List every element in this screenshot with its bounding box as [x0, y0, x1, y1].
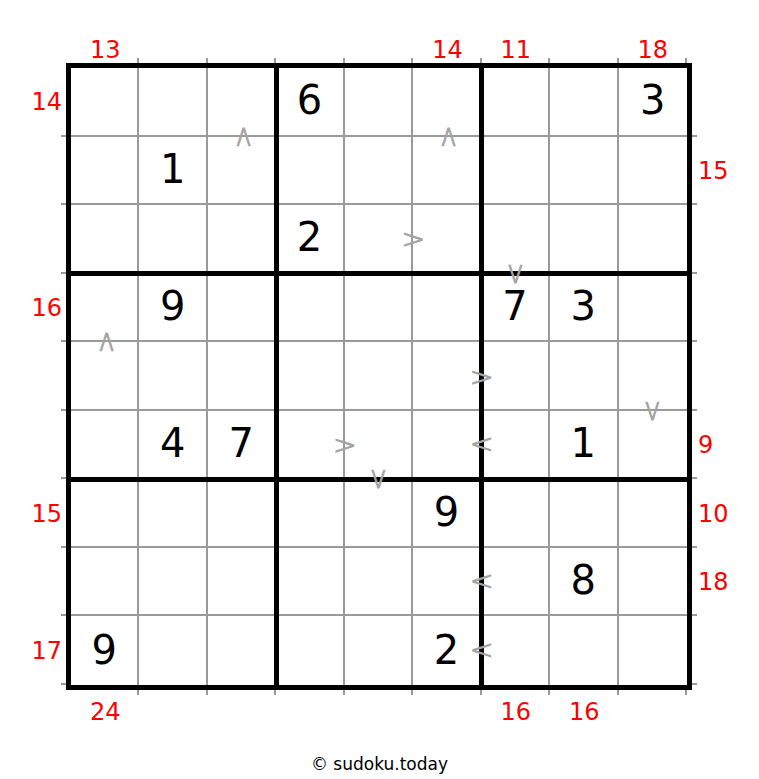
- given-digit: 2: [297, 217, 322, 257]
- cell-r2c4[interactable]: [276, 137, 344, 206]
- cell-r1c3[interactable]: [208, 68, 276, 137]
- cell-r4c1[interactable]: [71, 274, 139, 343]
- cell-r8c1[interactable]: [71, 548, 139, 617]
- cell-r6c2[interactable]: 4: [139, 411, 207, 480]
- cell-r9c3[interactable]: [208, 616, 276, 685]
- sum-clue-left-4: 16: [2, 294, 62, 322]
- cell-r6c3[interactable]: 7: [208, 411, 276, 480]
- cell-r6c7[interactable]: [482, 411, 550, 480]
- sum-clue-bottom-8: 16: [552, 698, 616, 726]
- cell-r8c4[interactable]: [276, 548, 344, 617]
- sum-clue-bottom-7: 16: [484, 698, 548, 726]
- cell-r9c9[interactable]: [619, 616, 687, 685]
- cell-r5c8[interactable]: [550, 342, 618, 411]
- sum-clue-left-1: 14: [2, 88, 62, 116]
- cell-r6c5[interactable]: [345, 411, 413, 480]
- given-digit: 9: [91, 630, 116, 670]
- given-digit: 3: [640, 80, 665, 120]
- cell-r6c6[interactable]: [413, 411, 481, 480]
- sudoku-board: 63129734719892: [66, 63, 692, 690]
- given-digit: 7: [228, 423, 253, 463]
- sum-clue-left-7: 15: [2, 500, 62, 528]
- box-line-horizontal-1: [71, 271, 687, 276]
- cell-r1c8[interactable]: [550, 68, 618, 137]
- sum-clue-right-6: 9: [698, 431, 759, 459]
- cell-r2c8[interactable]: [550, 137, 618, 206]
- cell-r5c7[interactable]: [482, 342, 550, 411]
- cell-r2c7[interactable]: [482, 137, 550, 206]
- cell-r4c5[interactable]: [345, 274, 413, 343]
- cell-r4c8[interactable]: 3: [550, 274, 618, 343]
- cell-r9c1[interactable]: 9: [71, 616, 139, 685]
- cell-r5c6[interactable]: [413, 342, 481, 411]
- cell-r9c7[interactable]: [482, 616, 550, 685]
- cell-r5c1[interactable]: [71, 342, 139, 411]
- cell-r2c1[interactable]: [71, 137, 139, 206]
- given-digit: 1: [571, 423, 596, 463]
- cell-r4c2[interactable]: 9: [139, 274, 207, 343]
- cell-r8c5[interactable]: [345, 548, 413, 617]
- cell-r3c9[interactable]: [619, 205, 687, 274]
- sum-clue-top-9: 18: [621, 36, 685, 64]
- given-digit: 8: [571, 560, 596, 600]
- given-digit: 9: [434, 492, 459, 532]
- given-digit: 7: [502, 286, 527, 326]
- cell-r1c5[interactable]: [345, 68, 413, 137]
- cell-r4c9[interactable]: [619, 274, 687, 343]
- cell-r1c9[interactable]: 3: [619, 68, 687, 137]
- cell-r5c9[interactable]: [619, 342, 687, 411]
- cell-r6c1[interactable]: [71, 411, 139, 480]
- cell-r7c4[interactable]: [276, 479, 344, 548]
- cell-r2c5[interactable]: [345, 137, 413, 206]
- sudoku-grid: 63129734719892: [71, 68, 687, 685]
- cell-r8c3[interactable]: [208, 548, 276, 617]
- cell-r1c4[interactable]: 6: [276, 68, 344, 137]
- cell-r8c7[interactable]: [482, 548, 550, 617]
- cell-r2c2[interactable]: 1: [139, 137, 207, 206]
- cell-r8c2[interactable]: [139, 548, 207, 617]
- footer-copyright: © sudoku.today: [0, 752, 759, 776]
- page: 63129734719892 1314111824161614161517159…: [0, 0, 759, 779]
- cell-r1c2[interactable]: [139, 68, 207, 137]
- cell-r7c5[interactable]: [345, 479, 413, 548]
- cell-r6c9[interactable]: [619, 411, 687, 480]
- cell-r7c9[interactable]: [619, 479, 687, 548]
- cell-r2c6[interactable]: [413, 137, 481, 206]
- sum-clue-bottom-1: 24: [73, 698, 137, 726]
- grid-tick-marks-bottom: [71, 690, 687, 695]
- grid-tick-marks-right: [692, 68, 697, 685]
- cell-r9c8[interactable]: [550, 616, 618, 685]
- cell-r7c6[interactable]: 9: [413, 479, 481, 548]
- sum-clue-right-8: 18: [698, 568, 759, 596]
- cell-r9c6[interactable]: 2: [413, 616, 481, 685]
- box-line-vertical-2: [479, 68, 484, 685]
- cell-r7c7[interactable]: [482, 479, 550, 548]
- cell-r6c8[interactable]: 1: [550, 411, 618, 480]
- cell-r5c5[interactable]: [345, 342, 413, 411]
- cell-r9c5[interactable]: [345, 616, 413, 685]
- cell-r1c1[interactable]: [71, 68, 139, 137]
- sum-clue-right-7: 10: [698, 500, 759, 528]
- given-digit: 4: [160, 423, 185, 463]
- given-digit: 6: [297, 80, 322, 120]
- sum-clue-top-6: 14: [415, 36, 479, 64]
- cell-r3c8[interactable]: [550, 205, 618, 274]
- cell-r9c2[interactable]: [139, 616, 207, 685]
- cell-r3c7[interactable]: [482, 205, 550, 274]
- given-digit: 1: [160, 149, 185, 189]
- cell-r7c3[interactable]: [208, 479, 276, 548]
- cell-r3c2[interactable]: [139, 205, 207, 274]
- cell-r4c7[interactable]: 7: [482, 274, 550, 343]
- cell-r1c7[interactable]: [482, 68, 550, 137]
- cell-r3c5[interactable]: [345, 205, 413, 274]
- cell-r7c1[interactable]: [71, 479, 139, 548]
- given-digit: 2: [434, 630, 459, 670]
- cell-r8c9[interactable]: [619, 548, 687, 617]
- cell-r5c2[interactable]: [139, 342, 207, 411]
- given-digit: 3: [571, 286, 596, 326]
- box-line-vertical-1: [274, 68, 279, 685]
- cell-r8c8[interactable]: 8: [550, 548, 618, 617]
- cell-r8c6[interactable]: [413, 548, 481, 617]
- cell-r4c6[interactable]: [413, 274, 481, 343]
- cell-r3c1[interactable]: [71, 205, 139, 274]
- sum-clue-top-1: 13: [73, 36, 137, 64]
- cell-r1c6[interactable]: [413, 68, 481, 137]
- cell-r7c2[interactable]: [139, 479, 207, 548]
- sum-clue-right-2: 15: [698, 157, 759, 185]
- cell-r4c3[interactable]: [208, 274, 276, 343]
- given-digit: 9: [160, 286, 185, 326]
- cell-r3c4[interactable]: 2: [276, 205, 344, 274]
- sum-clue-left-9: 17: [2, 637, 62, 665]
- cell-r9c4[interactable]: [276, 616, 344, 685]
- cell-r2c9[interactable]: [619, 137, 687, 206]
- cell-r4c4[interactable]: [276, 274, 344, 343]
- cell-r5c4[interactable]: [276, 342, 344, 411]
- cell-r3c6[interactable]: [413, 205, 481, 274]
- cell-r5c3[interactable]: [208, 342, 276, 411]
- sum-clue-top-7: 11: [484, 36, 548, 64]
- cell-r2c3[interactable]: [208, 137, 276, 206]
- cell-r3c3[interactable]: [208, 205, 276, 274]
- cell-r7c8[interactable]: [550, 479, 618, 548]
- cell-r6c4[interactable]: [276, 411, 344, 480]
- box-line-horizontal-2: [71, 477, 687, 482]
